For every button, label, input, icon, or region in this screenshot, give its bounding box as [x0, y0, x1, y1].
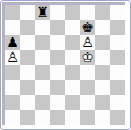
square-f1[interactable]: [80, 110, 95, 125]
square-f8[interactable]: [80, 5, 95, 20]
square-f5[interactable]: ♚♔: [80, 50, 95, 65]
square-b3[interactable]: [20, 80, 35, 95]
square-a4[interactable]: [5, 65, 20, 80]
square-e1[interactable]: [65, 110, 80, 125]
square-b7[interactable]: [20, 20, 35, 35]
square-c6[interactable]: [35, 35, 50, 50]
square-h4[interactable]: [110, 65, 125, 80]
square-a2[interactable]: [5, 95, 20, 110]
piece-black-rook[interactable]: ♜: [35, 5, 50, 20]
square-b8[interactable]: [20, 5, 35, 20]
square-d7[interactable]: [50, 20, 65, 35]
square-c7[interactable]: [35, 20, 50, 35]
square-a7[interactable]: [5, 20, 20, 35]
square-c5[interactable]: [35, 50, 50, 65]
square-g3[interactable]: [95, 80, 110, 95]
square-b1[interactable]: [20, 110, 35, 125]
square-f7[interactable]: ♚: [80, 20, 95, 35]
piece-black-pawn[interactable]: ♟: [5, 35, 20, 50]
square-a6[interactable]: ♟: [5, 35, 20, 50]
square-e8[interactable]: [65, 5, 80, 20]
chess-board: ♜♚♟♟♙♟♙♚♔: [2, 2, 125, 125]
square-f6[interactable]: ♟♙: [80, 35, 95, 50]
square-a3[interactable]: [5, 80, 20, 95]
square-d3[interactable]: [50, 80, 65, 95]
square-h7[interactable]: [110, 20, 125, 35]
square-f2[interactable]: [80, 95, 95, 110]
piece-black-king[interactable]: ♚: [80, 20, 95, 35]
square-h6[interactable]: [110, 35, 125, 50]
square-a5[interactable]: ♟♙: [5, 50, 20, 65]
white-pawn-icon: ♙: [80, 35, 95, 50]
square-c2[interactable]: [35, 95, 50, 110]
white-pawn-fill-icon: ♟: [5, 50, 20, 65]
white-king-fill-icon: ♚: [80, 50, 95, 65]
square-c4[interactable]: [35, 65, 50, 80]
square-e2[interactable]: [65, 95, 80, 110]
white-pawn-fill-icon: ♟: [80, 35, 95, 50]
piece-white-pawn[interactable]: ♟♙: [5, 50, 20, 65]
square-d1[interactable]: [50, 110, 65, 125]
square-f3[interactable]: [80, 80, 95, 95]
square-c1[interactable]: [35, 110, 50, 125]
square-e4[interactable]: [65, 65, 80, 80]
square-b2[interactable]: [20, 95, 35, 110]
square-e7[interactable]: [65, 20, 80, 35]
square-d5[interactable]: [50, 50, 65, 65]
square-b6[interactable]: [20, 35, 35, 50]
square-d4[interactable]: [50, 65, 65, 80]
square-c8[interactable]: ♜: [35, 5, 50, 20]
square-g2[interactable]: [95, 95, 110, 110]
square-g6[interactable]: [95, 35, 110, 50]
square-e6[interactable]: [65, 35, 80, 50]
square-g4[interactable]: [95, 65, 110, 80]
square-g5[interactable]: [95, 50, 110, 65]
black-pawn-icon: ♟: [5, 35, 20, 50]
square-d2[interactable]: [50, 95, 65, 110]
square-e5[interactable]: [65, 50, 80, 65]
square-g8[interactable]: [95, 5, 110, 20]
white-king-icon: ♔: [80, 50, 95, 65]
square-h8[interactable]: [110, 5, 125, 20]
square-f4[interactable]: [80, 65, 95, 80]
black-king-icon: ♚: [80, 20, 95, 35]
square-g1[interactable]: [95, 110, 110, 125]
square-b4[interactable]: [20, 65, 35, 80]
square-d6[interactable]: [50, 35, 65, 50]
piece-white-king[interactable]: ♚♔: [80, 50, 95, 65]
square-h2[interactable]: [110, 95, 125, 110]
square-b5[interactable]: [20, 50, 35, 65]
square-h1[interactable]: [110, 110, 125, 125]
square-a1[interactable]: [5, 110, 20, 125]
square-h3[interactable]: [110, 80, 125, 95]
square-d8[interactable]: [50, 5, 65, 20]
square-e3[interactable]: [65, 80, 80, 95]
square-g7[interactable]: [95, 20, 110, 35]
piece-white-pawn[interactable]: ♟♙: [80, 35, 95, 50]
chess-board-frame: ♜♚♟♟♙♟♙♚♔: [0, 0, 131, 130]
white-pawn-icon: ♙: [5, 50, 20, 65]
square-h5[interactable]: [110, 50, 125, 65]
square-c3[interactable]: [35, 80, 50, 95]
black-rook-icon: ♜: [35, 5, 50, 20]
square-a8[interactable]: [5, 5, 20, 20]
